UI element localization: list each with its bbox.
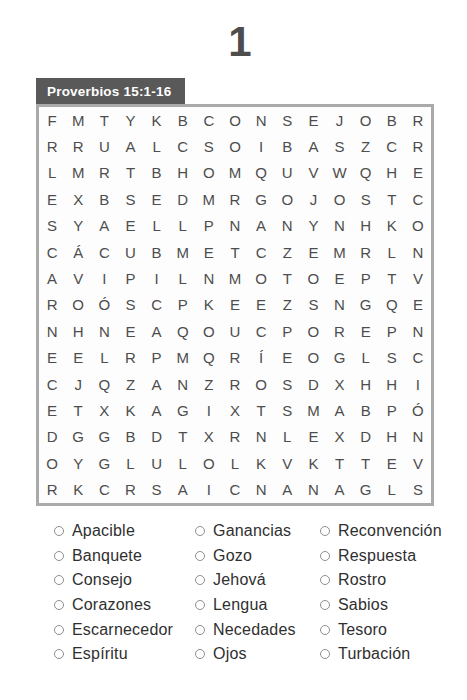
grid-cell[interactable]: E [300,239,326,265]
word-item[interactable]: Tesoro [320,617,454,642]
grid-cell[interactable]: V [300,160,326,186]
grid-cell[interactable]: E [222,292,248,318]
grid-cell[interactable]: O [196,318,222,344]
circle-bullet-icon[interactable] [195,551,205,561]
grid-cell[interactable]: O [300,345,326,371]
grid-cell[interactable]: O [222,133,248,159]
grid-cell[interactable]: K [117,397,143,423]
grid-cell[interactable]: A [144,397,170,423]
grid-cell[interactable]: S [300,292,326,318]
grid-cell[interactable]: Q [196,345,222,371]
grid-cell[interactable]: T [274,265,300,291]
grid-cell[interactable]: L [39,160,65,186]
grid-cell[interactable]: X [326,424,352,450]
grid-cell[interactable]: K [300,450,326,476]
word-label: Lengua [213,596,268,614]
grid-cell[interactable]: T [91,107,117,133]
grid-cell[interactable]: S [379,345,405,371]
word-label: Corazones [72,596,151,614]
grid-cell[interactable]: P [379,397,405,423]
grid-cell[interactable]: U [274,160,300,186]
grid-cell[interactable]: E [144,186,170,212]
grid-cell[interactable]: Y [65,213,91,239]
grid-cell[interactable]: C [222,477,248,503]
word-label: Rostro [338,571,386,589]
grid-cell[interactable]: G [65,424,91,450]
grid-cell[interactable]: R [222,186,248,212]
grid-cell[interactable]: T [222,239,248,265]
grid-cell[interactable]: I [91,265,117,291]
word-label: Escarnecedor [72,621,173,639]
word-label: Turbación [338,645,410,663]
grid-cell[interactable]: A [248,213,274,239]
word-item[interactable]: Necedades [195,617,320,642]
grid-cell[interactable]: C [39,239,65,265]
puzzle-title: Proverbios 15:1-16 [47,84,171,99]
grid-cell[interactable]: P [274,318,300,344]
grid-cell[interactable]: C [170,133,196,159]
grid-cell[interactable]: C [379,133,405,159]
grid-cell[interactable]: U [91,133,117,159]
grid-cell[interactable]: R [222,371,248,397]
word-item[interactable]: Apacible [54,519,195,544]
circle-bullet-icon[interactable] [54,551,64,561]
grid-cell[interactable]: U [117,239,143,265]
word-item[interactable]: Espíritu [54,642,195,667]
word-item[interactable]: Lengua [195,593,320,618]
grid-cell[interactable]: C [91,239,117,265]
grid-cell[interactable]: A [39,265,65,291]
grid-cell[interactable]: L [379,239,405,265]
grid-cell[interactable]: S [326,133,352,159]
grid-cell[interactable]: C [91,477,117,503]
grid-cell[interactable]: K [144,107,170,133]
grid-cell[interactable]: O [196,450,222,476]
word-item[interactable]: Reconvención [320,519,454,544]
grid-cell[interactable]: S [117,186,143,212]
grid-cell[interactable]: Z [117,371,143,397]
grid-cell[interactable]: G [91,424,117,450]
grid-cell[interactable]: G [353,292,379,318]
grid-cell[interactable]: Í [248,345,274,371]
page-number: 1 [0,18,467,66]
grid-cell[interactable]: G [353,477,379,503]
grid-cell[interactable]: E [39,397,65,423]
word-label: Consejo [72,571,132,589]
grid-cell[interactable]: J [326,107,352,133]
grid-cell[interactable]: A [91,213,117,239]
grid-cell[interactable]: I [144,265,170,291]
grid-cell[interactable]: O [274,186,300,212]
grid-cell[interactable]: I [405,371,431,397]
grid-cell[interactable]: E [353,318,379,344]
grid-cell[interactable]: O [300,265,326,291]
grid-cell[interactable]: K [196,292,222,318]
grid-cell[interactable]: S [117,292,143,318]
grid-cell[interactable]: X [65,186,91,212]
grid-cell[interactable]: L [144,133,170,159]
grid-cell[interactable]: A [144,318,170,344]
grid-cell[interactable]: S [196,133,222,159]
grid-cell[interactable]: S [274,107,300,133]
grid-cell[interactable]: D [39,424,65,450]
grid-cell[interactable]: M [326,239,352,265]
circle-bullet-icon[interactable] [54,649,64,659]
grid-cell[interactable]: E [405,292,431,318]
grid-cell[interactable]: H [65,318,91,344]
word-item[interactable]: Escarnecedor [54,617,195,642]
grid-cell[interactable]: C [248,318,274,344]
grid-cell[interactable]: R [353,239,379,265]
grid-cell[interactable]: D [144,424,170,450]
grid-cell[interactable]: R [222,345,248,371]
grid-cell[interactable]: Z [353,133,379,159]
grid-cell[interactable]: S [144,477,170,503]
grid-cell[interactable]: R [405,107,431,133]
grid-cell[interactable]: K [65,477,91,503]
grid-cell[interactable]: O [326,186,352,212]
grid-cell[interactable]: H [379,424,405,450]
grid-cell[interactable]: W [326,160,352,186]
grid-cell[interactable]: N [222,213,248,239]
grid-cell[interactable]: U [222,318,248,344]
circle-bullet-icon[interactable] [320,625,330,635]
circle-bullet-icon[interactable] [54,526,64,536]
grid-cell[interactable]: H [379,160,405,186]
grid-cell[interactable]: E [117,213,143,239]
grid-cell[interactable]: N [39,318,65,344]
word-label: Ganancias [213,522,291,540]
grid-cell[interactable]: N [248,107,274,133]
grid-cell[interactable]: E [196,239,222,265]
grid-cell[interactable]: Q [170,318,196,344]
grid-cell[interactable]: E [405,160,431,186]
grid-cell[interactable]: Z [274,292,300,318]
grid-cell[interactable]: H [353,371,379,397]
grid-cell[interactable]: E [65,345,91,371]
grid-cell[interactable]: F [39,107,65,133]
grid-cell[interactable]: L [170,265,196,291]
word-item[interactable]: Turbación [320,642,454,667]
circle-bullet-icon[interactable] [195,575,205,585]
word-item[interactable]: Gozo [195,544,320,569]
grid-cell[interactable]: D [170,186,196,212]
grid-cell[interactable]: T [326,450,352,476]
grid-cell[interactable]: O [65,292,91,318]
grid-cell[interactable]: V [405,265,431,291]
grid-cell[interactable]: R [117,477,143,503]
word-item[interactable]: Banquete [54,544,195,569]
grid-cell[interactable]: I [248,133,274,159]
grid-cell[interactable]: E [39,186,65,212]
grid-cell[interactable]: H [170,160,196,186]
grid-cell[interactable]: G [91,450,117,476]
grid-cell[interactable]: O [222,107,248,133]
grid-cell[interactable]: L [170,213,196,239]
grid-cell[interactable]: B [170,107,196,133]
word-column: ApacibleBanqueteConsejoCorazonesEscarnec… [54,519,195,667]
grid-cell[interactable]: E [300,424,326,450]
grid-cell[interactable]: E [300,107,326,133]
grid-cell[interactable]: N [248,477,274,503]
grid-cell[interactable]: N [326,292,352,318]
grid-cell[interactable]: J [300,186,326,212]
grid-cell[interactable]: N [170,371,196,397]
word-item[interactable]: Ganancias [195,519,320,544]
grid-cell[interactable]: Ó [91,292,117,318]
grid-cell[interactable]: P [379,318,405,344]
circle-bullet-icon[interactable] [195,649,205,659]
grid-cell[interactable]: B [379,107,405,133]
grid-cell[interactable]: T [248,397,274,423]
word-item[interactable]: Consejo [54,568,195,593]
circle-bullet-icon[interactable] [320,526,330,536]
grid-cell[interactable]: C [144,292,170,318]
circle-bullet-icon[interactable] [320,649,330,659]
word-item[interactable]: Respuesta [320,544,454,569]
grid-cell[interactable]: C [405,186,431,212]
grid-cell[interactable]: L [144,213,170,239]
grid-cell[interactable]: L [117,450,143,476]
grid-cell[interactable]: P [196,213,222,239]
word-label: Ojos [213,645,247,663]
puzzle-title-tab: Proverbios 15:1-16 [36,78,185,104]
grid-cell[interactable]: M [65,160,91,186]
grid-cell[interactable]: X [91,397,117,423]
grid-cell[interactable]: L [222,450,248,476]
grid-cell[interactable]: O [405,213,431,239]
grid-cell[interactable]: E [274,345,300,371]
word-label: Reconvención [338,522,442,540]
grid-cell[interactable]: A [274,477,300,503]
word-label: Sabios [338,596,388,614]
grid-cell[interactable]: P [117,265,143,291]
grid-cell[interactable]: E [379,450,405,476]
grid-cell[interactable]: Y [300,213,326,239]
grid-cell[interactable]: G [326,345,352,371]
grid-cell[interactable]: P [353,265,379,291]
grid-cell[interactable]: X [326,371,352,397]
grid-cell[interactable]: E [39,345,65,371]
grid-cell[interactable]: R [39,292,65,318]
grid-cell[interactable]: I [196,477,222,503]
word-column: ReconvenciónRespuestaRostroSabiosTesoroT… [320,519,454,667]
grid-cell[interactable]: E [248,292,274,318]
circle-bullet-icon[interactable] [54,575,64,585]
grid-cell[interactable]: M [65,107,91,133]
grid-cell[interactable]: O [248,371,274,397]
grid-cell[interactable]: R [39,133,65,159]
grid-cell[interactable]: Ó [405,397,431,423]
grid-cell[interactable]: T [117,160,143,186]
circle-bullet-icon[interactable] [195,600,205,610]
word-label: Tesoro [338,621,387,639]
word-label: Necedades [213,621,296,639]
word-label: Espíritu [72,645,128,663]
grid-cell[interactable]: A [326,397,352,423]
word-item[interactable]: Ojos [195,642,320,667]
grid-cell[interactable]: G [248,186,274,212]
grid-cell[interactable]: Z [274,239,300,265]
grid-cell[interactable]: H [379,371,405,397]
grid-cell[interactable]: O [300,318,326,344]
grid-cell[interactable]: N [196,265,222,291]
grid-cell[interactable]: T [379,186,405,212]
word-label: Banquete [72,547,142,565]
grid-cell[interactable]: J [65,371,91,397]
grid-cell[interactable]: R [65,133,91,159]
grid-cell[interactable]: G [170,397,196,423]
circle-bullet-icon[interactable] [195,526,205,536]
grid-cell[interactable]: S [405,477,431,503]
word-label: Apacible [72,522,135,540]
grid-cell[interactable]: B [117,424,143,450]
grid-cell[interactable]: R [326,318,352,344]
grid-cell[interactable]: L [170,450,196,476]
grid-cell[interactable]: N [326,213,352,239]
grid-cell[interactable]: U [144,450,170,476]
grid-cell[interactable]: T [379,265,405,291]
grid-cell[interactable]: M [170,345,196,371]
grid-cell[interactable]: R [39,477,65,503]
circle-bullet-icon[interactable] [54,600,64,610]
grid-cell[interactable]: Y [65,450,91,476]
grid-cell[interactable]: A [117,133,143,159]
grid-cell[interactable]: X [222,397,248,423]
grid-cell[interactable]: T [65,397,91,423]
grid-cell[interactable]: N [405,318,431,344]
grid-cell[interactable]: B [353,397,379,423]
grid-cell[interactable]: O [248,265,274,291]
grid-cell[interactable]: Q [248,160,274,186]
word-item[interactable]: Sabios [320,593,454,618]
grid-cell[interactable]: C [196,107,222,133]
grid-cell[interactable]: T [170,424,196,450]
grid-cell[interactable]: S [39,213,65,239]
word-label: Respuesta [338,547,416,565]
grid-cell[interactable]: S [274,371,300,397]
circle-bullet-icon[interactable] [54,625,64,635]
grid-cell[interactable]: N [91,318,117,344]
grid-cell[interactable]: R [405,133,431,159]
grid-cell[interactable]: N [405,239,431,265]
grid-cell[interactable]: P [170,292,196,318]
grid-cell[interactable]: M [222,160,248,186]
word-item[interactable]: Rostro [320,568,454,593]
grid-cell[interactable]: Z [196,371,222,397]
grid-cell[interactable]: N [248,424,274,450]
grid-cell[interactable]: C [248,239,274,265]
grid-cell[interactable]: Q [353,160,379,186]
grid-cell[interactable]: P [144,345,170,371]
grid-cell[interactable]: C [405,345,431,371]
grid-cell[interactable]: O [39,450,65,476]
grid-cell[interactable]: B [144,160,170,186]
circle-bullet-icon[interactable] [195,625,205,635]
grid-cell[interactable]: N [274,213,300,239]
word-label: Jehová [213,571,266,589]
grid-cell[interactable]: N [405,424,431,450]
grid-cell[interactable]: S [353,186,379,212]
grid-cell[interactable]: R [222,424,248,450]
circle-bullet-icon[interactable] [320,575,330,585]
grid-cell[interactable]: A [326,477,352,503]
grid-cell[interactable]: Q [379,292,405,318]
grid-cell[interactable]: E [326,265,352,291]
grid-cell[interactable]: L [379,477,405,503]
grid-cell[interactable]: R [91,160,117,186]
grid-cell[interactable]: E [117,318,143,344]
grid-cell[interactable]: K [379,213,405,239]
circle-bullet-icon[interactable] [320,551,330,561]
grid-cell[interactable]: L [353,345,379,371]
grid-cell[interactable]: B [144,239,170,265]
word-item[interactable]: Jehová [195,568,320,593]
grid-cell[interactable]: M [196,186,222,212]
word-item[interactable]: Corazones [54,593,195,618]
grid-cell[interactable]: H [353,213,379,239]
grid-cell[interactable]: V [405,450,431,476]
grid-cell[interactable]: A [170,477,196,503]
grid-cell[interactable]: Y [117,107,143,133]
grid-cell[interactable]: V [274,450,300,476]
grid-cell[interactable]: T [353,450,379,476]
grid-cell[interactable]: O [196,160,222,186]
grid-cell[interactable]: N [300,477,326,503]
grid-cell[interactable]: L [91,345,117,371]
grid-cell[interactable]: V [65,265,91,291]
word-label: Gozo [213,547,252,565]
grid-cell[interactable]: R [117,345,143,371]
grid-cell[interactable]: S [274,397,300,423]
grid-cell[interactable]: O [353,107,379,133]
grid-cell[interactable]: M [222,265,248,291]
grid-cell[interactable]: K [248,450,274,476]
grid-cell[interactable]: B [91,186,117,212]
grid-cell[interactable]: D [300,371,326,397]
grid-cell[interactable]: M [170,239,196,265]
word-list: ApacibleBanqueteConsejoCorazonesEscarnec… [54,519,454,667]
grid-cell[interactable]: Q [91,371,117,397]
grid-cell[interactable]: B [274,133,300,159]
grid-cell[interactable]: X [196,424,222,450]
grid-cell[interactable]: Á [65,239,91,265]
word-column: GananciasGozoJehováLenguaNecedadesOjos [195,519,320,667]
grid-cell[interactable]: D [353,424,379,450]
grid-cell[interactable]: L [274,424,300,450]
grid-cell[interactable]: A [144,371,170,397]
grid-cell[interactable]: M [300,397,326,423]
grid-cell[interactable]: C [39,371,65,397]
grid-cell[interactable]: I [196,397,222,423]
grid-cell[interactable]: A [300,133,326,159]
word-search-grid: FMTYKBCONSEJOBRRRUALCSOIBASZCRLMRTBHOMQU… [36,104,434,506]
circle-bullet-icon[interactable] [320,600,330,610]
